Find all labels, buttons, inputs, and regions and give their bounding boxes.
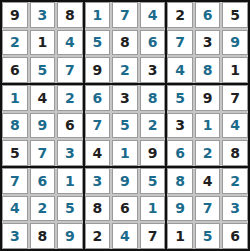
cell-r7c6-solved-digit[interactable]: 5 bbox=[140, 168, 166, 194]
cell-r6c4-given-digit[interactable]: 4 bbox=[85, 140, 111, 166]
cell-r8c5-given-digit[interactable]: 6 bbox=[112, 196, 138, 222]
cell-r8c3-solved-digit[interactable]: 5 bbox=[57, 196, 83, 222]
cell-r4c1-solved-digit[interactable]: 1 bbox=[2, 85, 28, 111]
box-8: 395861247 bbox=[85, 168, 166, 249]
cell-r4c3-solved-digit[interactable]: 2 bbox=[57, 85, 83, 111]
cell-r5c2-solved-digit[interactable]: 9 bbox=[30, 113, 56, 139]
box-1: 938214657 bbox=[2, 2, 83, 83]
cell-r3c9-given-digit[interactable]: 1 bbox=[222, 57, 248, 83]
cell-r1c4-solved-digit[interactable]: 1 bbox=[85, 2, 111, 28]
box-6: 597314628 bbox=[167, 85, 248, 166]
cell-r8c2-solved-digit[interactable]: 2 bbox=[30, 196, 56, 222]
cell-r8c8-solved-digit[interactable]: 7 bbox=[195, 196, 221, 222]
cell-r5c7-given-digit[interactable]: 3 bbox=[167, 113, 193, 139]
cell-r9c3-solved-digit[interactable]: 9 bbox=[57, 223, 83, 249]
cell-r3c4-given-digit[interactable]: 9 bbox=[85, 57, 111, 83]
cell-r2c8-given-digit[interactable]: 3 bbox=[195, 30, 221, 56]
cell-r8c4-given-digit[interactable]: 8 bbox=[85, 196, 111, 222]
box-7: 761425389 bbox=[2, 168, 83, 249]
cell-r7c3-solved-digit[interactable]: 1 bbox=[57, 168, 83, 194]
cell-r5c8-solved-digit[interactable]: 1 bbox=[195, 113, 221, 139]
cell-r5c3-given-digit[interactable]: 6 bbox=[57, 113, 83, 139]
cell-r5c9-solved-digit[interactable]: 4 bbox=[222, 113, 248, 139]
box-9: 842973156 bbox=[167, 168, 248, 249]
cell-r3c5-solved-digit[interactable]: 2 bbox=[112, 57, 138, 83]
cell-r4c9-given-digit[interactable]: 7 bbox=[222, 85, 248, 111]
cell-r6c6-given-digit[interactable]: 9 bbox=[140, 140, 166, 166]
cell-r2c6-solved-digit[interactable]: 6 bbox=[140, 30, 166, 56]
cell-r9c7-given-digit[interactable]: 1 bbox=[167, 223, 193, 249]
cell-r8c7-solved-digit[interactable]: 9 bbox=[167, 196, 193, 222]
cell-r9c1-solved-digit[interactable]: 3 bbox=[2, 223, 28, 249]
sudoku-board: 9382146571745869232657394811428965736387… bbox=[0, 0, 250, 251]
cell-r1c7-given-digit[interactable]: 2 bbox=[167, 2, 193, 28]
cell-r6c1-given-digit[interactable]: 5 bbox=[2, 140, 28, 166]
cell-r7c1-solved-digit[interactable]: 7 bbox=[2, 168, 28, 194]
cell-r1c6-solved-digit[interactable]: 4 bbox=[140, 2, 166, 28]
box-2: 174586923 bbox=[85, 2, 166, 83]
box-4: 142896573 bbox=[2, 85, 83, 166]
cell-r4c5-given-digit[interactable]: 3 bbox=[112, 85, 138, 111]
cell-r1c2-solved-digit[interactable]: 3 bbox=[30, 2, 56, 28]
cell-r3c1-given-digit[interactable]: 6 bbox=[2, 57, 28, 83]
cell-r7c8-given-digit[interactable]: 4 bbox=[195, 168, 221, 194]
cell-r6c8-solved-digit[interactable]: 2 bbox=[195, 140, 221, 166]
cell-r7c7-solved-digit[interactable]: 8 bbox=[167, 168, 193, 194]
cell-r5c4-solved-digit[interactable]: 7 bbox=[85, 113, 111, 139]
cell-r5c1-solved-digit[interactable]: 8 bbox=[2, 113, 28, 139]
cell-r3c3-solved-digit[interactable]: 7 bbox=[57, 57, 83, 83]
cell-r2c9-solved-digit[interactable]: 9 bbox=[222, 30, 248, 56]
cell-r2c2-given-digit[interactable]: 1 bbox=[30, 30, 56, 56]
cell-r1c3-given-digit[interactable]: 8 bbox=[57, 2, 83, 28]
cell-r3c2-solved-digit[interactable]: 5 bbox=[30, 57, 56, 83]
cell-r3c6-given-digit[interactable]: 3 bbox=[140, 57, 166, 83]
cell-r2c4-solved-digit[interactable]: 5 bbox=[85, 30, 111, 56]
cell-r9c6-given-digit[interactable]: 7 bbox=[140, 223, 166, 249]
cell-r7c9-solved-digit[interactable]: 2 bbox=[222, 168, 248, 194]
cell-r4c6-solved-digit[interactable]: 8 bbox=[140, 85, 166, 111]
cell-r4c2-given-digit[interactable]: 4 bbox=[30, 85, 56, 111]
cell-r7c4-solved-digit[interactable]: 3 bbox=[85, 168, 111, 194]
cell-r9c8-solved-digit[interactable]: 5 bbox=[195, 223, 221, 249]
box-3: 265739481 bbox=[167, 2, 248, 83]
cell-r4c4-solved-digit[interactable]: 6 bbox=[85, 85, 111, 111]
cell-r6c7-solved-digit[interactable]: 6 bbox=[167, 140, 193, 166]
cell-r9c9-given-digit[interactable]: 6 bbox=[222, 223, 248, 249]
cell-r1c9-given-digit[interactable]: 5 bbox=[222, 2, 248, 28]
cell-r2c5-given-digit[interactable]: 8 bbox=[112, 30, 138, 56]
cell-r9c2-given-digit[interactable]: 8 bbox=[30, 223, 56, 249]
cell-r6c9-given-digit[interactable]: 8 bbox=[222, 140, 248, 166]
cell-r7c5-solved-digit[interactable]: 9 bbox=[112, 168, 138, 194]
cell-r5c5-solved-digit[interactable]: 5 bbox=[112, 113, 138, 139]
cell-r6c2-solved-digit[interactable]: 7 bbox=[30, 140, 56, 166]
cell-r3c8-solved-digit[interactable]: 8 bbox=[195, 57, 221, 83]
cell-r3c7-solved-digit[interactable]: 4 bbox=[167, 57, 193, 83]
cell-r9c5-solved-digit[interactable]: 4 bbox=[112, 223, 138, 249]
box-5: 638752419 bbox=[85, 85, 166, 166]
cell-r6c3-solved-digit[interactable]: 3 bbox=[57, 140, 83, 166]
cell-r2c7-solved-digit[interactable]: 7 bbox=[167, 30, 193, 56]
cell-r2c3-solved-digit[interactable]: 4 bbox=[57, 30, 83, 56]
cell-r5c6-solved-digit[interactable]: 2 bbox=[140, 113, 166, 139]
cell-r8c1-solved-digit[interactable]: 4 bbox=[2, 196, 28, 222]
cell-r8c9-solved-digit[interactable]: 3 bbox=[222, 196, 248, 222]
cell-r6c5-solved-digit[interactable]: 1 bbox=[112, 140, 138, 166]
cell-r1c8-solved-digit[interactable]: 6 bbox=[195, 2, 221, 28]
cell-r9c4-given-digit[interactable]: 2 bbox=[85, 223, 111, 249]
cell-r8c6-solved-digit[interactable]: 1 bbox=[140, 196, 166, 222]
cell-r1c5-solved-digit[interactable]: 7 bbox=[112, 2, 138, 28]
cell-r7c2-solved-digit[interactable]: 6 bbox=[30, 168, 56, 194]
cell-r2c1-solved-digit[interactable]: 2 bbox=[2, 30, 28, 56]
cell-r4c8-given-digit[interactable]: 9 bbox=[195, 85, 221, 111]
cell-r4c7-solved-digit[interactable]: 5 bbox=[167, 85, 193, 111]
cell-r1c1-given-digit[interactable]: 9 bbox=[2, 2, 28, 28]
